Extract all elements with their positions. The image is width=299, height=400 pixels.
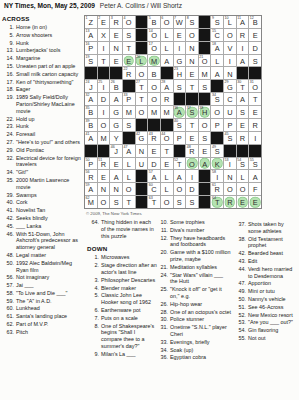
cell-r14c7[interactable]: L (161, 183, 173, 195)
cell-r3c7[interactable]: L (161, 42, 173, 54)
cell-r5c10[interactable]: M (199, 67, 211, 79)
cell-r10c3[interactable]: Y (110, 132, 122, 144)
cell-r15c3[interactable]: S (110, 196, 122, 208)
cell-r9c3[interactable]: G (110, 119, 122, 131)
cell-r14c13[interactable]: O (237, 183, 249, 195)
cell-number: 58 (212, 170, 216, 174)
cell-r4c2[interactable]: T (98, 55, 110, 67)
cell-letter: S (237, 109, 249, 118)
cell-letter: R (249, 121, 261, 130)
clue-text: They have headboards and footboards (170, 235, 232, 249)
cell-r14c3[interactable]: N (110, 183, 122, 195)
clue-across-40: 40.Cork (2, 199, 82, 206)
cell-r13c11[interactable]: 58I (211, 170, 223, 182)
cell-r2c9[interactable]: O (186, 29, 198, 41)
cell-r1c12[interactable]: 10L (224, 16, 236, 28)
clue-text: Cork (16, 199, 82, 206)
clue-number: 1. (87, 254, 101, 261)
cell-r7c2[interactable]: D (98, 93, 110, 105)
cell-r4c13[interactable]: A (237, 55, 249, 67)
cell-number: 49 (212, 145, 216, 149)
cell-letter: I (249, 134, 261, 143)
cell-r9c10[interactable]: O (199, 119, 211, 131)
clue-down-52: 52.New Mexico resort (234, 312, 298, 319)
down-clue-list-1: 1.Microwaves2.Stage direction after an a… (87, 254, 157, 357)
cell-r11c2 (98, 145, 110, 157)
cell-r6c3[interactable]: 26B (110, 80, 122, 92)
cell-letter: T (98, 57, 110, 66)
cell-letter: S (123, 121, 135, 130)
cell-r12c3[interactable]: E (110, 158, 122, 170)
cell-r10c12[interactable]: 45S (224, 132, 236, 144)
cell-r2c6[interactable]: 14O (148, 29, 160, 41)
cell-r13c14[interactable]: A (249, 170, 261, 182)
cell-r2c12[interactable]: O (224, 29, 236, 41)
cell-r8c7[interactable]: M (161, 106, 173, 118)
cell-number: 31 (250, 80, 254, 84)
cell-r13c10 (199, 170, 211, 182)
cell-r14c9[interactable]: D (186, 183, 198, 195)
cell-number: 40 (174, 119, 178, 123)
cell-r5c11[interactable]: A (211, 67, 223, 79)
clue-across-39: 39.Swamps (2, 192, 82, 199)
cell-r3c2[interactable]: I (98, 42, 110, 54)
cell-r15c4[interactable]: T (123, 196, 135, 208)
cell-r1c13[interactable]: 11A (237, 16, 249, 28)
clue-down-2: 2.Stage direction after an actor's last … (87, 262, 157, 276)
cell-r1c4[interactable]: 4O (123, 16, 135, 28)
cell-letter: S (199, 83, 211, 92)
cell-letter: D (249, 44, 261, 53)
cell-r12c7[interactable]: E (161, 158, 173, 170)
cell-letter: G (174, 57, 186, 66)
cell-r4c12[interactable]: I (224, 55, 236, 67)
clue-number: 44. (234, 266, 248, 280)
clue-across-32: 32.Electrical device for foreign travele… (2, 155, 82, 169)
cell-r5c12[interactable]: N (224, 67, 236, 79)
cell-r13c1[interactable]: 56R (85, 170, 97, 182)
cell-r4c9[interactable]: N (186, 55, 198, 67)
cell-r13c9[interactable]: I (186, 170, 198, 182)
cell-r1c9[interactable]: 8S (186, 16, 198, 28)
cell-r10c2[interactable]: M (98, 132, 110, 144)
cell-r11c7[interactable]: T (161, 145, 173, 157)
cell-letter: E (123, 57, 135, 66)
cell-letter: O (199, 121, 211, 130)
clue-across-29: 29.Old Pontiac (2, 147, 82, 154)
cell-r4c14[interactable]: S (249, 55, 261, 67)
clue-text: Shots taken by some athletes (248, 221, 298, 235)
cell-r1c14[interactable]: 12B (249, 16, 261, 28)
clue-number: 51. (234, 304, 248, 311)
cell-r12c13[interactable]: 54S (237, 158, 249, 170)
cell-r1c6[interactable]: 5B (148, 16, 160, 28)
clue-text: Egyptian cobra (170, 354, 232, 361)
cell-r7c4[interactable]: 33P (123, 93, 135, 105)
cell-r8c4[interactable]: M (123, 106, 135, 118)
cell-r15c14[interactable]: E (249, 196, 261, 208)
cell-r2c2[interactable]: X (98, 29, 110, 41)
across-clue-list: 1.Home (in on)5.Arrow shooters9.Hunk13.L… (2, 24, 82, 336)
cell-r7c14[interactable]: T (249, 93, 261, 105)
cell-number: 47 (123, 145, 127, 149)
crossword-grid[interactable]: 1Z2E3R4O5B6O7W8S9S10L11A12B13AXES14OLEO1… (84, 15, 262, 209)
cell-r2c8[interactable]: E (174, 29, 186, 41)
clue-text: "To Live and Die ___" (16, 290, 82, 297)
cell-r6c13[interactable]: 30T (237, 80, 249, 92)
cell-number: 14 (149, 29, 153, 33)
cell-r15c1[interactable]: 62M (85, 196, 97, 208)
cell-letter: S (249, 57, 261, 66)
cell-r11c11[interactable]: 49S (211, 145, 223, 157)
cell-r4c7[interactable]: A (161, 55, 173, 67)
cell-r7c6[interactable]: O (148, 93, 160, 105)
cell-r5c4[interactable]: 22R (123, 67, 135, 79)
cell-r8c2[interactable]: I (98, 106, 110, 118)
cell-r8c13[interactable]: S (237, 106, 249, 118)
cell-number: 34 (212, 93, 216, 97)
cell-r14c14[interactable]: F (249, 183, 261, 195)
cell-r12c9[interactable]: O (186, 158, 198, 170)
cell-r5c1 (85, 67, 97, 79)
cell-letter: R (237, 134, 249, 143)
cell-number: 22 (123, 67, 127, 71)
cell-r12c11[interactable]: K (211, 158, 223, 170)
cell-r3c14[interactable]: D (249, 42, 261, 54)
cell-r9c4[interactable]: S (123, 119, 135, 131)
cell-r12c8[interactable]: 52T (174, 158, 186, 170)
clue-number: 2. (87, 262, 101, 276)
cell-r13c6[interactable]: 57A (148, 170, 160, 182)
cell-r6c10[interactable]: S (199, 80, 211, 92)
cell-r14c4[interactable]: O (123, 183, 135, 195)
cell-r15c12[interactable]: R (224, 196, 236, 208)
cell-letter: L (161, 44, 173, 53)
cell-r9c9[interactable]: T (186, 119, 198, 131)
cell-r14c6[interactable]: 60C (148, 183, 160, 195)
cell-letter: L (161, 186, 173, 195)
cell-r13c7[interactable]: L (161, 170, 173, 182)
cell-r5c5[interactable]: O (136, 67, 148, 79)
cell-letter: D (148, 160, 160, 169)
clue-number: 24. (2, 131, 16, 138)
clue-down-42: 42.Bearded beast (234, 250, 298, 257)
clue-down-38: 38.Old Testament prophet (234, 236, 298, 250)
clue-number: 52. (234, 312, 248, 319)
cell-r11c10[interactable]: E (199, 145, 211, 157)
cell-r8c3[interactable]: G (110, 106, 122, 118)
cell-letter: E (161, 160, 173, 169)
cell-r2c4[interactable]: S (123, 29, 135, 41)
clue-down-49: 49.Mini or tutu (234, 288, 298, 295)
cell-letter: S (199, 134, 211, 143)
clue-across-61: 61.Santa's landing place (2, 313, 82, 320)
cell-r3c3[interactable]: N (110, 42, 122, 54)
cell-r3c6[interactable]: 17O (148, 42, 160, 54)
cell-r11c3[interactable]: 46J (110, 145, 122, 157)
cell-r12c10[interactable]: A (199, 158, 211, 170)
cell-r9c14[interactable]: R (249, 119, 261, 131)
down-header: DOWN (87, 245, 157, 252)
clue-number: 38. (234, 236, 248, 250)
cell-r9c1[interactable]: 39B (85, 119, 97, 131)
clue-down-20: 20.Game with a $100 million prize, maybe (156, 249, 232, 263)
clue-text: Evenings, briefly (170, 339, 232, 346)
cell-r13c8[interactable]: A (174, 170, 186, 182)
cell-r9c13[interactable]: E (237, 119, 249, 131)
clue-number: 4. (87, 285, 101, 292)
cell-r2c10 (199, 29, 211, 41)
clue-text: Police stunner (170, 316, 232, 323)
clue-number: 64. (87, 219, 101, 239)
cell-r4c6[interactable]: M (148, 55, 160, 67)
cell-r6c5[interactable]: 27T (136, 80, 148, 92)
cell-r10c5[interactable]: 42G (136, 132, 148, 144)
cell-r10c8[interactable]: P (174, 132, 186, 144)
cell-r14c2[interactable]: N (98, 183, 110, 195)
cell-r14c12[interactable]: O (224, 183, 236, 195)
cell-r8c8[interactable]: 36A (174, 106, 186, 118)
cell-r14c5 (136, 183, 148, 195)
cell-r14c8[interactable]: O (174, 183, 186, 195)
cell-r4c8[interactable]: G (174, 55, 186, 67)
cell-r9c6 (148, 119, 160, 131)
cell-letter: E (110, 57, 122, 66)
cell-r4c4[interactable]: E (123, 55, 135, 67)
cell-r8c10[interactable]: 38H (199, 106, 211, 118)
cell-r5c8[interactable]: 23H (174, 67, 186, 79)
cell-r10c14[interactable]: I (249, 132, 261, 144)
cell-r2c7[interactable]: L (161, 29, 173, 41)
cell-r7c5[interactable]: T (136, 93, 148, 105)
cell-r10c1[interactable]: 41A (85, 132, 97, 144)
cell-r1c8[interactable]: 7W (174, 16, 186, 28)
cell-r6c8[interactable]: S (174, 80, 186, 92)
clue-number: 3. (87, 277, 101, 284)
cell-letter: E (110, 31, 122, 40)
cell-r15c7[interactable]: O (161, 196, 173, 208)
cell-r14c11[interactable]: 61R (211, 183, 223, 195)
cell-r9c8[interactable]: 40S (174, 119, 186, 131)
cell-r1c1[interactable]: 1Z (85, 16, 97, 28)
cell-r7c11[interactable]: 34S (211, 93, 223, 105)
cell-letter: O (148, 96, 160, 105)
clue-number: 41. (2, 207, 16, 214)
cell-r9c11[interactable]: P (211, 119, 223, 131)
cell-r15c11[interactable]: 64T (211, 196, 223, 208)
cell-r5c9[interactable]: E (186, 67, 198, 79)
cell-r11c4[interactable]: 47A (123, 145, 135, 157)
cell-r7c7[interactable]: R (161, 93, 173, 105)
clue-text: Eager (16, 86, 82, 93)
cell-number: 46 (111, 145, 115, 149)
cell-r15c8[interactable]: S (174, 196, 186, 208)
cell-r3c12[interactable]: V (224, 42, 236, 54)
cell-r5c6[interactable]: B (148, 67, 160, 79)
clue-text: "Knock it off" or "get it on," e.g. (170, 286, 232, 300)
clue-number: 33. (156, 339, 170, 346)
cell-number: 5 (149, 16, 151, 20)
cell-r10c6[interactable]: 43R (148, 132, 160, 144)
clue-text: Not out (248, 335, 298, 342)
cell-r2c11[interactable]: 15C (211, 29, 223, 41)
clue-number: 40. (2, 199, 16, 206)
clue-text: Microwaves (101, 254, 157, 261)
cell-r13c12[interactable]: N (224, 170, 236, 182)
cell-r4c5[interactable]: 20L (136, 55, 148, 67)
cell-number: 37 (187, 106, 191, 110)
cell-letter: T (123, 199, 135, 208)
cell-r12c6[interactable]: D (148, 158, 160, 170)
cell-number: 7 (174, 16, 176, 20)
clue-text: Foresail (16, 131, 82, 138)
clue-down-50: 50.Nanny's vehicle (234, 296, 298, 303)
cell-r10c13[interactable]: R (237, 132, 249, 144)
cell-r7c12[interactable]: C (224, 93, 236, 105)
cell-r13c3[interactable]: A (110, 170, 122, 182)
cell-r3c1[interactable]: 16P (85, 42, 97, 54)
cell-r8c5[interactable]: O (136, 106, 148, 118)
cell-r10c4 (123, 132, 135, 144)
cell-r6c1[interactable]: 24J (85, 80, 97, 92)
cell-r12c5[interactable]: U (136, 158, 148, 170)
cell-r2c14[interactable]: E (249, 29, 261, 41)
clue-across-14: 14.Margarine (2, 55, 82, 62)
clue-down-12: 12.They have headboards and footboards (156, 235, 232, 249)
cell-r5c2 (98, 67, 110, 79)
cell-letter: E (237, 121, 249, 130)
cell-r1c2[interactable]: 2E (98, 16, 110, 28)
clue-across-22: 22.Hold up (2, 116, 82, 123)
cell-r12c1[interactable]: 50P (85, 158, 97, 170)
clue-text: New Mexico resort (248, 312, 298, 319)
cell-number: 19 (86, 55, 90, 59)
cell-r1c3[interactable]: 3R (110, 16, 122, 28)
cell-r12c12[interactable]: 53I (224, 158, 236, 170)
cell-r6c14[interactable]: 31O (249, 80, 261, 92)
cell-r2c13[interactable]: R (237, 29, 249, 41)
cell-r1c11[interactable]: 9S (211, 16, 223, 28)
clue-text: Not imaginary (16, 274, 82, 281)
cell-r8c6[interactable]: M (148, 106, 160, 118)
cell-number: 48 (187, 145, 191, 149)
cell-number: 1 (86, 16, 88, 20)
cell-r10c7[interactable]: 44O (161, 132, 173, 144)
clue-text: Meditation syllables (170, 264, 232, 271)
cell-r7c1[interactable]: 32A (85, 93, 97, 105)
cell-letter: O (161, 199, 173, 208)
cell-r15c2[interactable]: O (98, 196, 110, 208)
cell-r3c9[interactable]: N (186, 42, 198, 54)
clue-text: Hunk (16, 123, 82, 130)
cell-r3c11[interactable]: 18A (211, 42, 223, 54)
cell-r12c2[interactable]: 51R (98, 158, 110, 170)
cell-r4c3[interactable]: E (110, 55, 122, 67)
cell-r8c12[interactable]: U (224, 106, 236, 118)
cell-letter: K (211, 160, 223, 169)
clue-text: Old Pontiac (16, 147, 82, 154)
cell-r4c10[interactable]: 21O (199, 55, 211, 67)
cell-r1c7[interactable]: 6O (161, 16, 173, 28)
cell-r2c1[interactable]: 13A (85, 29, 97, 41)
cell-number: 26 (111, 80, 115, 84)
cell-letter: E (199, 147, 211, 156)
cell-r11c13 (237, 145, 249, 157)
cell-letter: A (199, 160, 211, 169)
cell-r8c1[interactable]: 35B (85, 106, 97, 118)
clue-across-46: 46.With 51-Down, John Ashcroft's predece… (2, 231, 82, 251)
cell-r13c4[interactable]: L (123, 170, 135, 182)
clue-across-56: 56.Not imaginary (2, 274, 82, 281)
cell-r6c2[interactable]: 25I (98, 80, 110, 92)
cell-r14c1[interactable]: 59A (85, 183, 97, 195)
cell-letter: S (174, 199, 186, 208)
cell-number: 3 (111, 16, 113, 20)
cell-r11c6[interactable]: E (148, 145, 160, 157)
cell-r9c2[interactable]: O (98, 119, 110, 131)
cell-number: 16 (86, 42, 90, 46)
cell-r3c8[interactable]: I (174, 42, 186, 54)
clue-text: Philosopher Descartes (101, 277, 157, 284)
cell-letter: O (186, 160, 198, 169)
cell-r15c13[interactable]: E (237, 196, 249, 208)
cell-letter: E (174, 31, 186, 40)
cell-r13c2[interactable]: E (98, 170, 110, 182)
clue-across-19: 19.1989 Sally Field/Dolly Parton/Shirley… (2, 94, 82, 114)
cell-r9c12[interactable]: P (224, 119, 236, 131)
cell-r15c6[interactable]: 63T (148, 196, 160, 208)
cell-r6c9[interactable]: T (186, 80, 198, 92)
cell-r2c3[interactable]: E (110, 29, 122, 41)
cell-letter: T (249, 96, 261, 105)
cell-number: 60 (149, 183, 153, 187)
cell-r11c5[interactable]: N (136, 145, 148, 157)
cell-number: 45 (225, 132, 229, 136)
clue-number: 63. (2, 329, 16, 336)
cell-r3c4[interactable]: T (123, 42, 135, 54)
cell-letter: O (224, 31, 236, 40)
cell-r5c14 (249, 67, 261, 79)
cell-number: 52 (174, 158, 178, 162)
cell-r8c14[interactable]: E (249, 106, 261, 118)
cell-r6c12[interactable]: 29G (224, 80, 236, 92)
cell-r4c1[interactable]: 19S (85, 55, 97, 67)
cell-r6c7[interactable]: 28A (161, 80, 173, 92)
cell-r7c3[interactable]: A (110, 93, 122, 105)
cell-r12c14[interactable]: 55S (249, 158, 261, 170)
cell-letter: N (98, 186, 110, 195)
cell-r11c9[interactable]: 48R (186, 145, 198, 157)
cell-r10c10[interactable]: S (199, 132, 211, 144)
cell-r15c9[interactable]: S (186, 196, 198, 208)
clue-text: Some trophies (170, 219, 232, 226)
cell-r9c7 (161, 119, 173, 131)
cell-letter: A (174, 173, 186, 182)
cell-r3c13[interactable]: I (237, 42, 249, 54)
cell-r10c9[interactable]: E (186, 132, 198, 144)
clue-across-48: 48.Legal matter (2, 252, 82, 259)
clue-down-31: 31.Onetime "S.N.L." player Cheri (156, 324, 232, 338)
cell-r4c11[interactable]: L (211, 55, 223, 67)
cell-r13c13[interactable]: L (237, 170, 249, 182)
cell-r7c13[interactable]: A (237, 93, 249, 105)
cell-r6c6[interactable]: O (148, 80, 160, 92)
clue-text: Arrow shooters (16, 32, 82, 39)
cell-r12c4[interactable]: L (123, 158, 135, 170)
cell-r8c11[interactable]: O (211, 106, 223, 118)
cell-letter: R (161, 96, 173, 105)
cell-r8c9[interactable]: 37S (186, 106, 198, 118)
